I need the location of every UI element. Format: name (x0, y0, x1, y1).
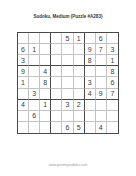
cell-r1c8: 6 (96, 33, 107, 44)
cell-r2c6 (74, 44, 85, 55)
cell-r3c4 (51, 55, 62, 66)
cell-r8c7 (85, 111, 96, 122)
cell-r7c4 (51, 100, 62, 111)
cell-r3c7: 8 (85, 55, 96, 66)
cell-r9c6: 5 (74, 122, 85, 133)
cell-r7c6: 2 (74, 100, 85, 111)
cell-r1c2 (29, 33, 40, 44)
cell-r8c9 (107, 111, 118, 122)
cell-r7c5: 3 (62, 100, 73, 111)
cell-r9c1 (18, 122, 29, 133)
cell-r6c4 (51, 89, 62, 100)
cell-r3c1: 3 (18, 55, 29, 66)
cell-r2c8: 7 (96, 44, 107, 55)
cell-r4c3: 4 (40, 66, 51, 77)
cell-r9c2 (29, 122, 40, 133)
puzzle-title: Sudoku, Medium (Puzzle #A283) (0, 14, 136, 19)
cell-r9c8: 4 (96, 122, 107, 133)
cell-r5c9: 6 (107, 77, 118, 88)
cell-r9c5: 6 (62, 122, 73, 133)
cell-r8c3 (40, 111, 51, 122)
cell-r4c4 (51, 66, 62, 77)
cell-r6c1 (18, 89, 29, 100)
cell-r7c8 (96, 100, 107, 111)
cell-r8c2: 6 (29, 111, 40, 122)
cell-r5c8 (96, 77, 107, 88)
cell-r7c7 (85, 100, 96, 111)
cell-r4c2 (29, 66, 40, 77)
cell-r3c6 (74, 55, 85, 66)
cell-r1c4 (51, 33, 62, 44)
cell-r2c3 (40, 44, 51, 55)
cell-r2c5 (62, 44, 73, 55)
cell-r8c8 (96, 111, 107, 122)
cell-r6c2: 3 (29, 89, 40, 100)
cell-r6c8: 9 (96, 89, 107, 100)
cell-r5c4 (51, 77, 62, 88)
cell-r2c1: 6 (18, 44, 29, 55)
cell-r3c3 (40, 55, 51, 66)
cell-r9c7 (85, 122, 96, 133)
cell-r1c1 (18, 33, 29, 44)
cell-r5c7: 3 (85, 77, 96, 88)
cell-r2c2: 1 (29, 44, 40, 55)
cell-r2c9: 3 (107, 44, 118, 55)
cell-r5c1: 1 (18, 77, 29, 88)
cell-r5c5 (62, 77, 73, 88)
cell-r4c1: 9 (18, 66, 29, 77)
cell-r3c2 (29, 55, 40, 66)
cell-r5c6 (74, 77, 85, 88)
cell-r4c8 (96, 66, 107, 77)
cell-r3c8 (96, 55, 107, 66)
footer-url: www.printmysudoku.com (0, 163, 136, 167)
cell-r6c5 (62, 89, 73, 100)
cell-r3c9: 1 (107, 55, 118, 66)
cell-r7c3: 1 (40, 100, 51, 111)
cell-r4c9: 8 (107, 66, 118, 77)
cell-r4c7 (85, 66, 96, 77)
cell-r7c9 (107, 100, 118, 111)
cell-r9c3 (40, 122, 51, 133)
cell-r6c6 (74, 89, 85, 100)
cell-r4c5 (62, 66, 73, 77)
cell-r8c6 (74, 111, 85, 122)
cell-r1c3 (40, 33, 51, 44)
cell-r1c9 (107, 33, 118, 44)
cell-r1c7 (85, 33, 96, 44)
cell-r8c4 (51, 111, 62, 122)
cell-r3c5 (62, 55, 73, 66)
cell-r9c9 (107, 122, 118, 133)
cell-r4c6 (74, 66, 85, 77)
cell-r1c5: 5 (62, 33, 73, 44)
cell-r9c4 (51, 122, 62, 133)
cell-r8c5 (62, 111, 73, 122)
cell-r2c7: 9 (85, 44, 96, 55)
puzzle-page: Sudoku, Medium (Puzzle #A283) 5166197338… (0, 0, 136, 176)
cell-r6c3 (40, 89, 51, 100)
sudoku-grid: 516619733819481836349741326654 (17, 32, 119, 134)
cell-r1c6: 1 (74, 33, 85, 44)
cell-r7c1: 4 (18, 100, 29, 111)
cell-r6c9: 7 (107, 89, 118, 100)
cell-r8c1 (18, 111, 29, 122)
cell-r5c3: 8 (40, 77, 51, 88)
cell-r6c7: 4 (85, 89, 96, 100)
cell-r2c4 (51, 44, 62, 55)
cell-r7c2 (29, 100, 40, 111)
cell-r5c2 (29, 77, 40, 88)
